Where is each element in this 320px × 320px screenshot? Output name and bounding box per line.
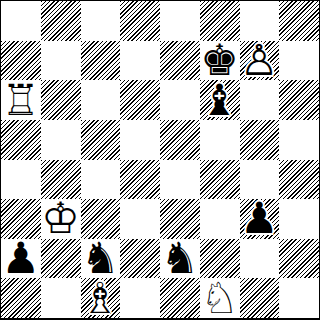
square-h2[interactable] xyxy=(279,239,319,279)
black-pawn: ♟ xyxy=(240,199,280,239)
square-c1[interactable]: ♝♗ xyxy=(81,278,121,318)
square-d1[interactable] xyxy=(120,278,160,318)
square-c8[interactable] xyxy=(81,1,121,41)
square-f8[interactable] xyxy=(200,1,240,41)
square-b3[interactable]: ♚♔ xyxy=(41,199,81,239)
square-d3[interactable] xyxy=(120,199,160,239)
white-pawn: ♙ xyxy=(240,41,280,81)
square-d2[interactable] xyxy=(120,239,160,279)
square-b7[interactable] xyxy=(41,41,81,81)
square-a7[interactable] xyxy=(1,41,41,81)
square-a4[interactable] xyxy=(1,160,41,200)
square-e8[interactable] xyxy=(160,1,200,41)
square-a1[interactable] xyxy=(1,278,41,318)
square-d6[interactable] xyxy=(120,80,160,120)
square-a8[interactable] xyxy=(1,1,41,41)
square-d8[interactable] xyxy=(120,1,160,41)
black-bishop-fill: ♝ xyxy=(200,80,240,120)
square-c3[interactable] xyxy=(81,199,121,239)
black-king-fill: ♚ xyxy=(200,41,240,81)
square-e4[interactable] xyxy=(160,160,200,200)
white-rook-fill: ♜ xyxy=(1,80,41,120)
black-knight: ♞ xyxy=(160,239,200,279)
square-e5[interactable] xyxy=(160,120,200,160)
square-c5[interactable] xyxy=(81,120,121,160)
square-a5[interactable] xyxy=(1,120,41,160)
white-rook: ♖ xyxy=(1,80,41,120)
square-b5[interactable] xyxy=(41,120,81,160)
black-bishop: ♝ xyxy=(200,80,240,120)
black-knight-fill: ♞ xyxy=(81,239,121,279)
square-d7[interactable] xyxy=(120,41,160,81)
square-f2[interactable] xyxy=(200,239,240,279)
square-h4[interactable] xyxy=(279,160,319,200)
square-d5[interactable] xyxy=(120,120,160,160)
square-b2[interactable] xyxy=(41,239,81,279)
white-pawn-fill: ♟ xyxy=(240,41,280,81)
square-e6[interactable] xyxy=(160,80,200,120)
white-knight: ♘ xyxy=(200,278,240,318)
black-pawn-fill: ♟ xyxy=(1,239,41,279)
square-e2[interactable]: ♞♞ xyxy=(160,239,200,279)
square-f1[interactable]: ♞♘ xyxy=(200,278,240,318)
square-a2[interactable]: ♟♟ xyxy=(1,239,41,279)
square-g3[interactable]: ♟♟ xyxy=(240,199,280,239)
square-f7[interactable]: ♚♚ xyxy=(200,41,240,81)
square-c2[interactable]: ♞♞ xyxy=(81,239,121,279)
square-c6[interactable] xyxy=(81,80,121,120)
square-e7[interactable] xyxy=(160,41,200,81)
black-knight-fill: ♞ xyxy=(160,239,200,279)
square-g2[interactable] xyxy=(240,239,280,279)
square-b8[interactable] xyxy=(41,1,81,41)
black-pawn: ♟ xyxy=(1,239,41,279)
square-f4[interactable] xyxy=(200,160,240,200)
white-king-fill: ♚ xyxy=(41,199,81,239)
square-f5[interactable] xyxy=(200,120,240,160)
square-g4[interactable] xyxy=(240,160,280,200)
square-g6[interactable] xyxy=(240,80,280,120)
square-b4[interactable] xyxy=(41,160,81,200)
square-b1[interactable] xyxy=(41,278,81,318)
white-bishop-fill: ♝ xyxy=(81,278,121,318)
square-g7[interactable]: ♟♙ xyxy=(240,41,280,81)
square-c7[interactable] xyxy=(81,41,121,81)
square-e1[interactable] xyxy=(160,278,200,318)
square-e3[interactable] xyxy=(160,199,200,239)
square-b6[interactable] xyxy=(41,80,81,120)
square-h6[interactable] xyxy=(279,80,319,120)
square-h7[interactable] xyxy=(279,41,319,81)
square-h3[interactable] xyxy=(279,199,319,239)
square-h8[interactable] xyxy=(279,1,319,41)
black-pawn-fill: ♟ xyxy=(240,199,280,239)
white-bishop: ♗ xyxy=(81,278,121,318)
square-a6[interactable]: ♜♖ xyxy=(1,80,41,120)
white-knight-fill: ♞ xyxy=(200,278,240,318)
square-h5[interactable] xyxy=(279,120,319,160)
square-g1[interactable] xyxy=(240,278,280,318)
square-c4[interactable] xyxy=(81,160,121,200)
black-knight: ♞ xyxy=(81,239,121,279)
black-king: ♚ xyxy=(200,41,240,81)
chess-board: ♚♚♟♙♜♖♝♝♚♔♟♟♟♟♞♞♞♞♝♗♞♘ xyxy=(0,0,320,320)
square-f6[interactable]: ♝♝ xyxy=(200,80,240,120)
square-a3[interactable] xyxy=(1,199,41,239)
square-d4[interactable] xyxy=(120,160,160,200)
square-g5[interactable] xyxy=(240,120,280,160)
white-king: ♔ xyxy=(41,199,81,239)
square-f3[interactable] xyxy=(200,199,240,239)
square-g8[interactable] xyxy=(240,1,280,41)
square-h1[interactable] xyxy=(279,278,319,318)
